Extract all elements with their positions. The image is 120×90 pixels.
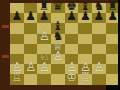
square-f7[interactable]: ♟: [78, 13, 92, 23]
square-b1[interactable]: [24, 74, 38, 84]
square-b6[interactable]: [24, 23, 38, 33]
square-g2[interactable]: ♙: [92, 64, 106, 74]
square-a1[interactable]: ♖: [10, 74, 24, 84]
piece-white-pawn-b2[interactable]: ♙: [24, 61, 38, 74]
piece-black-pawn-b7[interactable]: ♟: [24, 10, 38, 23]
square-g4[interactable]: [92, 44, 106, 54]
piece-white-king-e1[interactable]: ♔: [65, 71, 79, 84]
border-notch-bottom: [2, 55, 9, 58]
square-e4[interactable]: [65, 44, 79, 54]
square-d3[interactable]: ♙: [51, 54, 65, 64]
square-a7[interactable]: ♟: [10, 13, 24, 23]
square-c2[interactable]: ♙: [37, 64, 51, 74]
chess-board-window: ♜♛♚♝♞♜♟♟♟♟♟♟♟♝♙♞♕♘♙♙♙♙♙♙♙♖♔♖: [0, 0, 118, 90]
square-e6[interactable]: [65, 23, 79, 33]
screen: ♜♛♚♝♞♜♟♟♟♟♟♟♟♝♙♞♕♘♙♙♙♙♙♙♙♖♔♖: [0, 0, 120, 90]
piece-white-pawn-g2[interactable]: ♙: [92, 61, 106, 74]
piece-black-pawn-h7[interactable]: ♟: [106, 10, 118, 23]
piece-black-pawn-f7[interactable]: ♟: [78, 10, 92, 23]
square-c1[interactable]: [37, 74, 51, 84]
square-e7[interactable]: ♟: [65, 13, 79, 23]
square-b4[interactable]: [24, 44, 38, 54]
square-g5[interactable]: [92, 34, 106, 44]
piece-black-pawn-c7[interactable]: ♟: [37, 10, 51, 23]
piece-black-pawn-a7[interactable]: ♟: [10, 10, 24, 23]
square-h4[interactable]: [106, 44, 118, 54]
square-b2[interactable]: ♙: [24, 64, 38, 74]
piece-black-pawn-g7[interactable]: ♟: [92, 10, 106, 23]
square-f6[interactable]: [78, 23, 92, 33]
piece-white-rook-a1[interactable]: ♖: [10, 71, 24, 84]
square-a6[interactable]: [10, 23, 24, 33]
square-h2[interactable]: [106, 64, 118, 74]
piece-white-pawn-d3[interactable]: ♙: [51, 50, 65, 63]
square-f1[interactable]: ♖: [78, 74, 92, 84]
border-notch-top: [2, 25, 9, 28]
square-g6[interactable]: [92, 23, 106, 33]
piece-black-pawn-e7[interactable]: ♟: [65, 10, 79, 23]
square-b7[interactable]: ♟: [24, 13, 38, 23]
piece-white-pawn-c5[interactable]: ♙: [37, 30, 51, 43]
square-f5[interactable]: [78, 34, 92, 44]
square-a4[interactable]: [10, 44, 24, 54]
square-e5[interactable]: [65, 34, 79, 44]
square-h7[interactable]: ♟: [106, 13, 118, 23]
square-h3[interactable]: [106, 54, 118, 64]
piece-white-rook-f1[interactable]: ♖: [78, 71, 92, 84]
square-g1[interactable]: [92, 74, 106, 84]
square-a5[interactable]: [10, 34, 24, 44]
square-d2[interactable]: [51, 64, 65, 74]
square-b5[interactable]: [24, 34, 38, 44]
square-h5[interactable]: [106, 34, 118, 44]
square-d8[interactable]: ♛: [51, 3, 65, 13]
square-c5[interactable]: ♙: [37, 34, 51, 44]
piece-black-queen-d8[interactable]: ♛: [51, 0, 65, 13]
chess-board[interactable]: ♜♛♚♝♞♜♟♟♟♟♟♟♟♝♙♞♕♘♙♙♙♙♙♙♙♖♔♖: [10, 3, 118, 85]
square-e1[interactable]: ♔: [65, 74, 79, 84]
square-d1[interactable]: [51, 74, 65, 84]
square-h6[interactable]: [106, 23, 118, 33]
square-c7[interactable]: ♟: [37, 13, 51, 23]
piece-white-pawn-c2[interactable]: ♙: [37, 61, 51, 74]
square-g7[interactable]: ♟: [92, 13, 106, 23]
square-h1[interactable]: [106, 74, 118, 84]
square-f4[interactable]: [78, 44, 92, 54]
